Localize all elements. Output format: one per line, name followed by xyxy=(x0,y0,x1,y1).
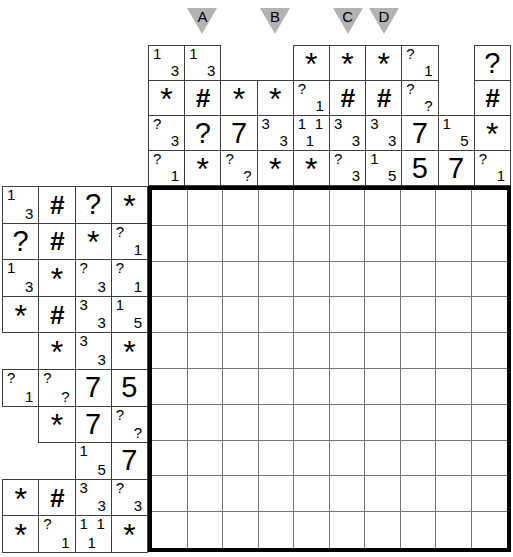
clue-symbol: * xyxy=(258,152,293,186)
top-clue-r3-c10: * xyxy=(474,116,510,151)
top-clue-r2-c9-empty xyxy=(438,81,474,116)
clue-symbol: * xyxy=(294,152,329,186)
grid-cell-r3-c8[interactable] xyxy=(401,262,437,298)
left-clue-r8-c1-empty xyxy=(3,443,39,480)
clue-symbol: ? xyxy=(243,169,251,183)
top-clue-r4-c7: 15 xyxy=(366,151,402,186)
grid-cell-r2-c5[interactable] xyxy=(294,226,330,262)
top-clue-r4-c3: ?? xyxy=(221,151,257,186)
clue-symbol: 3 xyxy=(97,316,105,330)
top-clue-r4-c9: 7 xyxy=(438,151,474,186)
grid-cell-r1-c9[interactable] xyxy=(436,190,472,226)
grid-cell-r5-c3[interactable] xyxy=(223,333,259,369)
top-clue-r1-c6: * xyxy=(329,46,365,81)
clue-symbol: 1 xyxy=(370,152,378,166)
grid-cell-r8-c8[interactable] xyxy=(401,441,437,477)
top-clue-r2-c3: * xyxy=(221,81,257,116)
grid-cell-r7-c3[interactable] xyxy=(223,405,259,441)
clue-symbol: 3 xyxy=(80,298,88,312)
left-clue-r10-c2: ?1 xyxy=(39,516,75,553)
grid-cell-r4-c4[interactable] xyxy=(259,297,295,333)
clue-symbol: * xyxy=(112,188,147,224)
grid-cell-r5-c6[interactable] xyxy=(330,333,366,369)
clue-symbol: 1 xyxy=(88,536,96,550)
clue-symbol: 1 xyxy=(497,169,505,183)
grid-cell-r7-c6[interactable] xyxy=(330,405,366,441)
clue-symbol: 1 xyxy=(443,117,451,131)
top-clue-r3-c8: 7 xyxy=(402,116,438,151)
clue-symbol: 3 xyxy=(25,280,33,294)
left-clue-r9-c1: * xyxy=(3,479,39,516)
grid-cell-r5-c1[interactable] xyxy=(152,333,188,369)
grid-cell-r10-c7[interactable] xyxy=(365,512,401,548)
grid-cell-r9-c10[interactable] xyxy=(472,476,508,512)
clue-symbol: # xyxy=(475,81,510,115)
clue-symbol: ? xyxy=(298,82,306,96)
clue-symbol: ? xyxy=(61,390,69,404)
clue-symbol: 7 xyxy=(439,151,474,185)
grid-cell-r7-c2[interactable] xyxy=(188,405,224,441)
clue-symbol: 3 xyxy=(97,280,105,294)
left-clue-r9-c4: ?3 xyxy=(111,479,147,516)
grid-cell-r6-c10[interactable] xyxy=(472,369,508,405)
top-clue-r2-c1: * xyxy=(149,81,185,116)
left-clue-r2-c4: ?1 xyxy=(111,223,147,260)
left-clue-r7-c2: * xyxy=(39,406,75,443)
left-clue-r3-c2: * xyxy=(39,260,75,297)
grid-cell-r8-c7[interactable] xyxy=(365,441,401,477)
grid-cell-r6-c7[interactable] xyxy=(365,369,401,405)
grid-cell-r2-c8[interactable] xyxy=(401,226,437,262)
grid-cell-r8-c4[interactable] xyxy=(259,441,295,477)
clue-symbol: ? xyxy=(185,116,220,150)
clue-symbol: 1 xyxy=(315,117,323,131)
clue-symbol: ? xyxy=(475,46,510,80)
clue-symbol: 1 xyxy=(80,444,88,458)
grid-cell-r2-c9[interactable] xyxy=(436,226,472,262)
clue-symbol: 1 xyxy=(189,47,197,61)
clue-symbol: ? xyxy=(7,371,15,385)
clue-symbol: * xyxy=(3,298,38,334)
clue-symbol: 1 xyxy=(306,134,314,148)
grid-cell-r4-c2[interactable] xyxy=(188,297,224,333)
top-clue-r3-c1: ?3 xyxy=(149,116,185,151)
clue-symbol: 1 xyxy=(171,169,179,183)
left-clue-r6-c3: 7 xyxy=(75,369,111,406)
clue-symbol: 3 xyxy=(352,169,360,183)
top-clue-r1-c4-empty xyxy=(257,46,293,81)
grid-cell-r10-c5[interactable] xyxy=(294,512,330,548)
grid-cell-r10-c10[interactable] xyxy=(472,512,508,548)
top-clue-r4-c4: * xyxy=(257,151,293,186)
grid-cell-r9-c4[interactable] xyxy=(259,476,295,512)
grid-cell-r6-c5[interactable] xyxy=(294,369,330,405)
grid-cell-r8-c6[interactable] xyxy=(330,441,366,477)
left-clue-r2-c2: # xyxy=(39,223,75,260)
top-clue-r1-c9-empty xyxy=(438,46,474,81)
grid-cell-r9-c2[interactable] xyxy=(188,476,224,512)
clue-symbol: 1 xyxy=(134,280,142,294)
top-clue-r3-c9: 15 xyxy=(438,116,474,151)
marker-label: B xyxy=(260,9,290,25)
clue-symbol: * xyxy=(112,517,147,553)
clue-symbol: * xyxy=(39,408,74,444)
top-clue-r4-c1: ?1 xyxy=(149,151,185,186)
top-clue-r1-c8: ?1 xyxy=(402,46,438,81)
left-clue-r2-c1: ? xyxy=(3,223,39,260)
clue-symbol: * xyxy=(475,117,510,151)
grid-cell-r6-c1[interactable] xyxy=(152,369,188,405)
top-clue-r1-c10: ? xyxy=(474,46,510,81)
left-clue-r5-c4: * xyxy=(111,333,147,370)
top-clue-r1-c3-empty xyxy=(221,46,257,81)
top-clue-r2-c6: # xyxy=(329,81,365,116)
clue-symbol: 1 xyxy=(7,188,15,202)
left-clue-r5-c1-empty xyxy=(3,333,39,370)
grid-cell-r5-c9[interactable] xyxy=(436,333,472,369)
grid-cell-r6-c2[interactable] xyxy=(188,369,224,405)
grid-cell-r6-c4[interactable] xyxy=(259,369,295,405)
grid-cell-r4-c10[interactable] xyxy=(472,297,508,333)
grid-cell-r6-c3[interactable] xyxy=(223,369,259,405)
grid-cell-r2-c1[interactable] xyxy=(152,226,188,262)
left-clue-r6-c2: ?? xyxy=(39,369,75,406)
left-clue-r4-c2: # xyxy=(39,296,75,333)
left-clue-r4-c3: 33 xyxy=(75,296,111,333)
grid-cell-r3-c1[interactable] xyxy=(152,262,188,298)
grid-cell-r6-c8[interactable] xyxy=(401,369,437,405)
grid-cell-r7-c9[interactable] xyxy=(436,405,472,441)
clue-symbol: * xyxy=(258,82,293,116)
clue-symbol: ? xyxy=(116,225,124,239)
grid-cell-r1-c3[interactable] xyxy=(223,190,259,226)
marker-label: C xyxy=(333,9,363,25)
grid-cell-r1-c5[interactable] xyxy=(294,190,330,226)
grid-cell-r2-c7[interactable] xyxy=(365,226,401,262)
marker-D: D xyxy=(369,8,399,34)
clue-symbol: * xyxy=(112,334,147,370)
top-clue-r4-c6: ?3 xyxy=(329,151,365,186)
clue-symbol: * xyxy=(185,152,220,186)
clue-symbol: 5 xyxy=(97,463,105,477)
left-clue-r7-c3: 7 xyxy=(75,406,111,443)
left-clue-r3-c1: 13 xyxy=(3,260,39,297)
clue-symbol: # xyxy=(39,297,74,333)
grid-cell-r3-c9[interactable] xyxy=(436,262,472,298)
clue-symbol: 5 xyxy=(402,151,437,185)
grid-cell-r3-c6[interactable] xyxy=(330,262,366,298)
grid-cell-r4-c8[interactable] xyxy=(401,297,437,333)
left-clue-r6-c4: 5 xyxy=(111,369,147,406)
clue-symbol: # xyxy=(185,81,220,115)
clue-symbol: 5 xyxy=(134,316,142,330)
left-clue-r8-c4: 7 xyxy=(111,443,147,480)
grid-cell-r3-c10[interactable] xyxy=(472,262,508,298)
grid-cell-r1-c7[interactable] xyxy=(365,190,401,226)
grid-cell-r7-c10[interactable] xyxy=(472,405,508,441)
top-clue-r2-c8: ?? xyxy=(402,81,438,116)
grid-cell-r2-c3[interactable] xyxy=(223,226,259,262)
left-clue-r4-c1: * xyxy=(3,296,39,333)
left-clue-r7-c1-empty xyxy=(3,406,39,443)
grid-cell-r7-c8[interactable] xyxy=(401,405,437,441)
clue-symbol: * xyxy=(76,225,111,261)
clue-symbol: ? xyxy=(116,261,124,275)
top-clue-r2-c7: # xyxy=(366,81,402,116)
clue-symbol: ? xyxy=(3,224,38,260)
clue-symbol: ? xyxy=(479,152,487,166)
top-clue-r2-c5: ?1 xyxy=(293,81,329,116)
grid-cell-r5-c4[interactable] xyxy=(259,333,295,369)
left-clue-r8-c2-empty xyxy=(39,443,75,480)
clue-symbol: 3 xyxy=(388,134,396,148)
clue-symbol: 1 xyxy=(25,390,33,404)
clue-symbol: * xyxy=(3,517,38,553)
grid-cell-r9-c3[interactable] xyxy=(223,476,259,512)
grid-cell-r4-c5[interactable] xyxy=(294,297,330,333)
top-clue-r3-c2: ? xyxy=(185,116,221,151)
grid-cell-r10-c9[interactable] xyxy=(436,512,472,548)
clue-symbol: 3 xyxy=(80,334,88,348)
clue-symbol: 3 xyxy=(25,207,33,221)
clue-symbol: 7 xyxy=(221,116,256,150)
clue-symbol: 1 xyxy=(61,536,69,550)
clue-symbol: 1 xyxy=(80,517,88,531)
clue-symbol: 7 xyxy=(76,407,111,443)
clue-symbol: ? xyxy=(116,481,124,495)
clue-symbol: ? xyxy=(334,152,342,166)
grid-cell-r8-c1[interactable] xyxy=(152,441,188,477)
left-clue-r8-c3: 15 xyxy=(75,443,111,480)
grid-cell-r1-c2[interactable] xyxy=(188,190,224,226)
marker-label: A xyxy=(187,9,217,25)
clue-symbol: ? xyxy=(153,152,161,166)
grid-cell-r9-c6[interactable] xyxy=(330,476,366,512)
grid-cell-r2-c2[interactable] xyxy=(188,226,224,262)
clue-symbol: ? xyxy=(424,99,432,113)
grid-cell-r7-c1[interactable] xyxy=(152,405,188,441)
grid-cell-r9-c7[interactable] xyxy=(365,476,401,512)
clue-symbol: * xyxy=(366,47,401,81)
marker-B: B xyxy=(260,8,290,34)
grid-cell-r6-c9[interactable] xyxy=(436,369,472,405)
left-clue-r5-c3: 33 xyxy=(75,333,111,370)
left-clue-r1-c1: 13 xyxy=(3,187,39,224)
top-clue-r1-c7: * xyxy=(366,46,402,81)
puzzle-page: 1313***?1?*#**?1##??#?3?7331113333715*?1… xyxy=(0,0,513,557)
grid-cell-r4-c9[interactable] xyxy=(436,297,472,333)
grid-cell-r1-c10[interactable] xyxy=(472,190,508,226)
grid-cell-r9-c1[interactable] xyxy=(152,476,188,512)
clue-symbol: ? xyxy=(153,117,161,131)
grid-cell-r5-c2[interactable] xyxy=(188,333,224,369)
grid-cell-r3-c2[interactable] xyxy=(188,262,224,298)
clue-symbol: 3 xyxy=(352,134,360,148)
grid-cell-r5-c5[interactable] xyxy=(294,333,330,369)
puzzle-board xyxy=(148,186,511,552)
grid-cell-r10-c6[interactable] xyxy=(330,512,366,548)
marker-A: A xyxy=(187,8,217,34)
clue-symbol: 1 xyxy=(134,243,142,257)
clue-symbol: 1 xyxy=(316,99,324,113)
clue-symbol: * xyxy=(39,334,74,370)
clue-symbol: 1 xyxy=(7,261,15,275)
clue-symbol: 3 xyxy=(370,117,378,131)
clue-symbol: 3 xyxy=(80,481,88,495)
top-clue-r3-c7: 33 xyxy=(366,116,402,151)
clue-symbol: 3 xyxy=(171,134,179,148)
grid-cell-r6-c6[interactable] xyxy=(330,369,366,405)
grid-cell-r3-c4[interactable] xyxy=(259,262,295,298)
clue-symbol: ? xyxy=(80,261,88,275)
top-clue-r4-c2: * xyxy=(185,151,221,186)
left-clue-r9-c2: # xyxy=(39,479,75,516)
left-clue-r1-c2: # xyxy=(39,187,75,224)
top-clue-r1-c2: 13 xyxy=(185,46,221,81)
clue-symbol: * xyxy=(221,82,256,116)
clue-symbol: ? xyxy=(43,517,51,531)
grid-cell-r10-c3[interactable] xyxy=(223,512,259,548)
grid-cell-r8-c9[interactable] xyxy=(436,441,472,477)
left-clue-r1-c4: * xyxy=(111,187,147,224)
grid-cell-r9-c8[interactable] xyxy=(401,476,437,512)
grid-cell-r1-c8[interactable] xyxy=(401,190,437,226)
clue-symbol: 7 xyxy=(112,443,147,479)
clue-symbol: * xyxy=(294,47,329,81)
clue-symbol: 7 xyxy=(402,116,437,150)
left-clue-r10-c3: 111 xyxy=(75,516,111,553)
top-clue-r3-c3: 7 xyxy=(221,116,257,151)
grid-cell-r9-c5[interactable] xyxy=(294,476,330,512)
left-clue-r1-c3: ? xyxy=(75,187,111,224)
grid-cell-r8-c3[interactable] xyxy=(223,441,259,477)
grid-cell-r3-c3[interactable] xyxy=(223,262,259,298)
grid-cell-r5-c7[interactable] xyxy=(365,333,401,369)
grid-cell-r1-c4[interactable] xyxy=(259,190,295,226)
grid-cell-r2-c10[interactable] xyxy=(472,226,508,262)
clue-symbol: ? xyxy=(134,426,142,440)
clue-symbol: # xyxy=(330,81,365,115)
left-clue-r9-c3: 33 xyxy=(75,479,111,516)
grid-cell-r4-c3[interactable] xyxy=(223,297,259,333)
clue-symbol: 3 xyxy=(262,117,270,131)
clue-symbol: ? xyxy=(116,408,124,422)
clue-symbol: 1 xyxy=(424,64,432,78)
grid-cell-r8-c10[interactable] xyxy=(472,441,508,477)
clue-symbol: * xyxy=(39,261,74,297)
grid-cell-r4-c1[interactable] xyxy=(152,297,188,333)
top-clue-r2-c4: * xyxy=(257,81,293,116)
clue-symbol: 5 xyxy=(388,169,396,183)
grid-cell-r9-c9[interactable] xyxy=(436,476,472,512)
clue-symbol: # xyxy=(39,187,74,223)
clue-symbol: ? xyxy=(76,187,111,223)
clue-symbol: # xyxy=(366,81,401,115)
clue-symbol: * xyxy=(3,481,38,517)
grid-cell-r2-c4[interactable] xyxy=(259,226,295,262)
grid-cell-r1-c6[interactable] xyxy=(330,190,366,226)
left-clue-r10-c1: * xyxy=(3,516,39,553)
top-clue-r2-c10: # xyxy=(474,81,510,116)
grid-cell-r3-c7[interactable] xyxy=(365,262,401,298)
grid-cell-r2-c6[interactable] xyxy=(330,226,366,262)
clue-symbol: # xyxy=(39,480,74,516)
left-clue-r10-c4: * xyxy=(111,516,147,553)
top-clue-r3-c5: 111 xyxy=(293,116,329,151)
clue-symbol: * xyxy=(149,82,184,116)
grid-cell-r10-c1[interactable] xyxy=(152,512,188,548)
clue-symbol: 3 xyxy=(134,499,142,513)
clue-symbol: 3 xyxy=(97,353,105,367)
top-clue-r3-c6: 33 xyxy=(329,116,365,151)
top-clue-r4-c8: 5 xyxy=(402,151,438,186)
clue-symbol: 3 xyxy=(279,134,287,148)
grid-cell-r1-c1[interactable] xyxy=(152,190,188,226)
top-clue-r4-c5: * xyxy=(293,151,329,186)
top-clue-r4-c10: ?1 xyxy=(474,151,510,186)
left-clue-r3-c3: ?3 xyxy=(75,260,111,297)
left-clue-r3-c4: ?1 xyxy=(111,260,147,297)
grid-cell-r7-c5[interactable] xyxy=(294,405,330,441)
left-clue-r5-c2: * xyxy=(39,333,75,370)
top-clue-r3-c4: 33 xyxy=(257,116,293,151)
marker-label: D xyxy=(369,9,399,25)
clue-symbol: 1 xyxy=(153,47,161,61)
grid-cell-r7-c4[interactable] xyxy=(259,405,295,441)
grid-cell-r10-c8[interactable] xyxy=(401,512,437,548)
clue-symbol: 1 xyxy=(298,117,306,131)
clue-symbol: 3 xyxy=(334,117,342,131)
left-clue-r7-c4: ?? xyxy=(111,406,147,443)
clue-symbol: ? xyxy=(43,371,51,385)
clue-symbol: 3 xyxy=(171,64,179,78)
clue-symbol: 3 xyxy=(207,64,215,78)
left-clue-r6-c1: ?1 xyxy=(3,369,39,406)
grid-cell-r5-c10[interactable] xyxy=(472,333,508,369)
grid-cell-r4-c7[interactable] xyxy=(365,297,401,333)
clue-symbol: 3 xyxy=(97,499,105,513)
clue-symbol: ? xyxy=(406,82,414,96)
clue-symbol: ? xyxy=(406,47,414,61)
grid-cell-r10-c4[interactable] xyxy=(259,512,295,548)
top-clue-r1-c1: 13 xyxy=(149,46,185,81)
grid-cell-r8-c5[interactable] xyxy=(294,441,330,477)
top-clues-panel: 1313***?1?*#**?1##??#?3?7331113333715*?1… xyxy=(148,45,511,186)
grid-cell-r10-c2[interactable] xyxy=(188,512,224,548)
grid-cell-r5-c8[interactable] xyxy=(401,333,437,369)
grid-cell-r4-c6[interactable] xyxy=(330,297,366,333)
clue-symbol: 1 xyxy=(97,517,105,531)
clue-symbol: ? xyxy=(225,152,233,166)
marker-C: C xyxy=(333,8,363,34)
clue-symbol: # xyxy=(39,224,74,260)
clue-symbol: * xyxy=(330,47,365,81)
left-clues-panel: 13#?*?#*?113*?3?1*#3315*33*?1??75*7??157… xyxy=(2,186,148,553)
left-clue-r2-c3: * xyxy=(75,223,111,260)
clue-symbol: 7 xyxy=(76,370,111,406)
clue-symbol: 5 xyxy=(460,134,468,148)
grid-cell-r8-c2[interactable] xyxy=(188,441,224,477)
top-clue-r2-c2: # xyxy=(185,81,221,116)
top-clue-r1-c5: * xyxy=(293,46,329,81)
grid-cell-r7-c7[interactable] xyxy=(365,405,401,441)
left-clue-r4-c4: 15 xyxy=(111,296,147,333)
grid-cell-r3-c5[interactable] xyxy=(294,262,330,298)
clue-symbol: 5 xyxy=(112,370,147,406)
clue-symbol: 1 xyxy=(116,298,124,312)
